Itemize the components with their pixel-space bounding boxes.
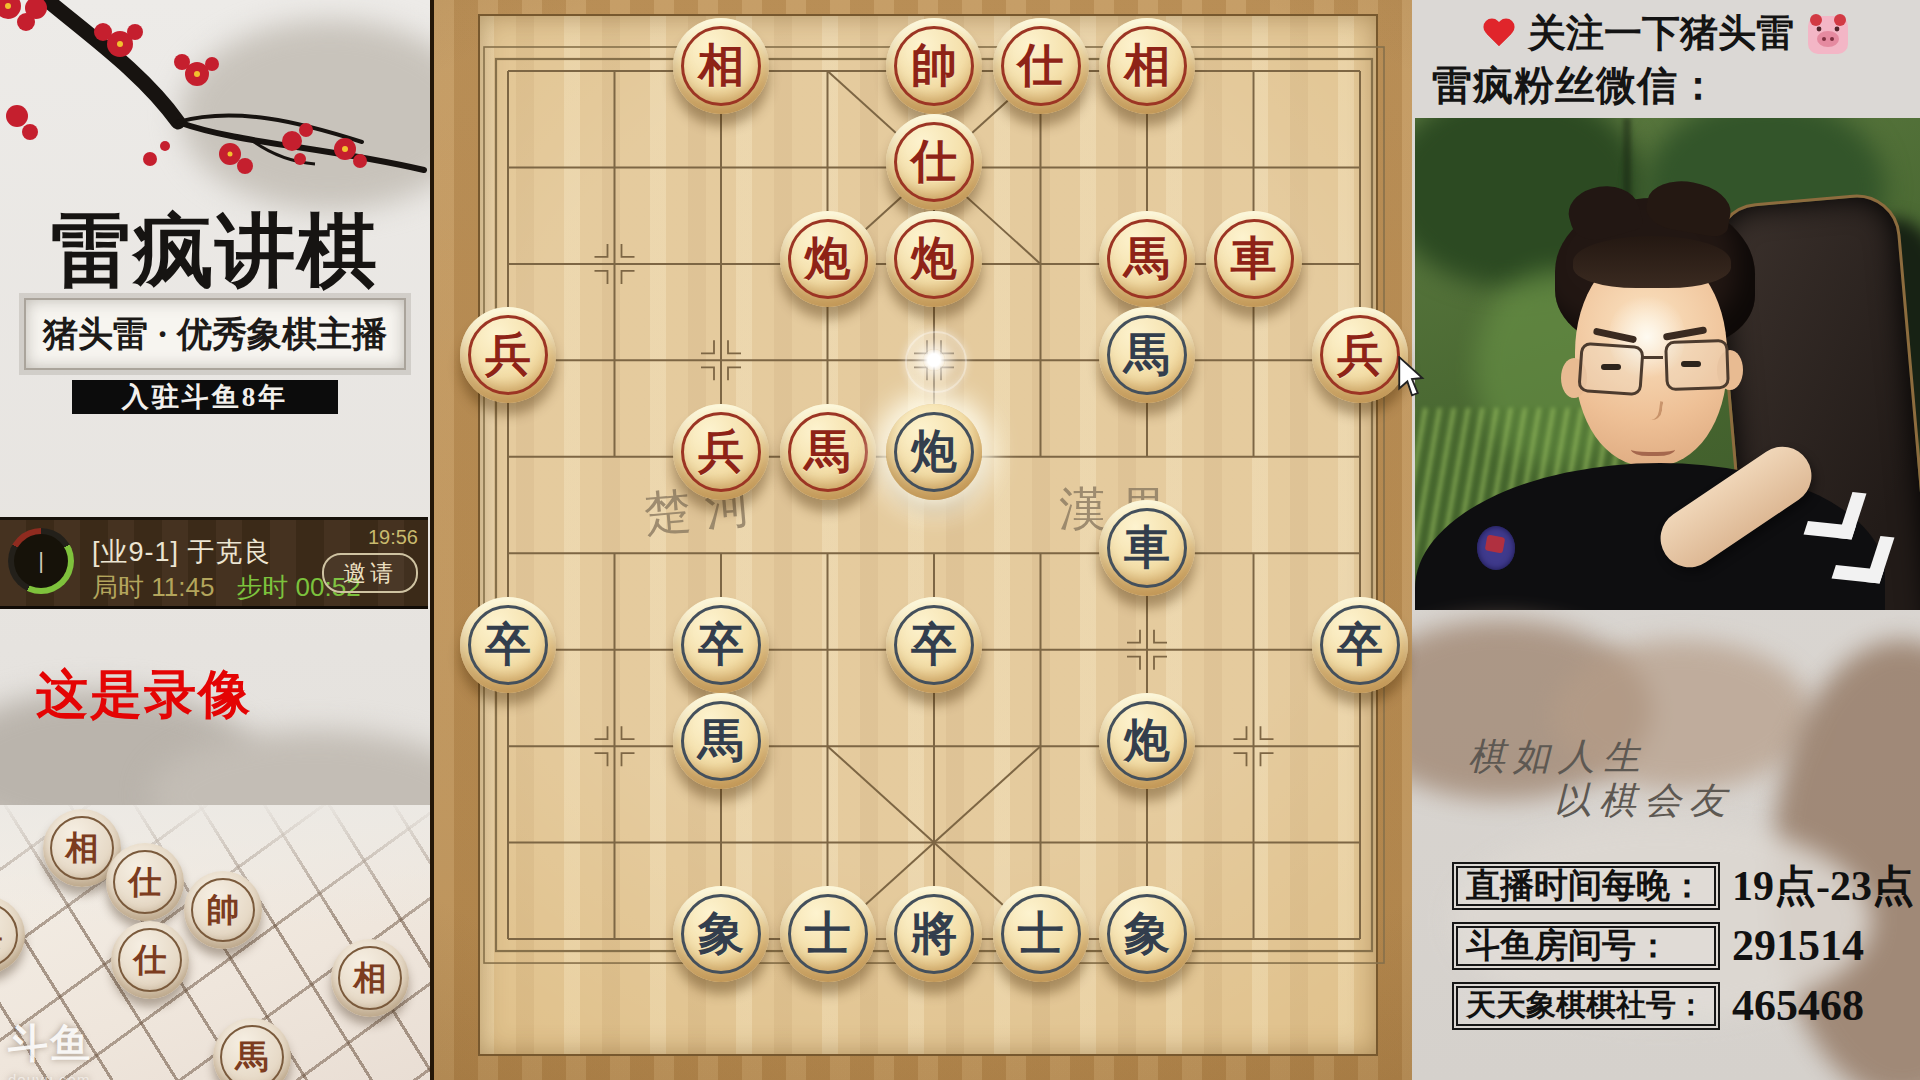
player-avatar[interactable]: | (8, 528, 74, 594)
webcam-feed (1415, 118, 1920, 610)
shoulder-badge (1477, 526, 1515, 570)
photo-piece-仕: 仕 (106, 843, 184, 921)
piece-red-馬[interactable]: 馬 (780, 404, 876, 500)
piece-black-車[interactable]: 車 (1099, 500, 1195, 596)
piece-red-帥[interactable]: 帥 (886, 18, 982, 114)
invite-button[interactable]: 邀请 (322, 553, 418, 593)
piece-red-炮[interactable]: 炮 (780, 211, 876, 307)
mouth (1631, 440, 1675, 456)
info-label-box: 天天象棋棋社号： (1452, 982, 1720, 1030)
douyu-watermark: 斗鱼douyu.com (8, 1016, 92, 1080)
piece-red-兵[interactable]: 兵 (1312, 307, 1408, 403)
info-value: 291514 (1732, 920, 1864, 971)
piece-red-相[interactable]: 相 (673, 18, 769, 114)
mouse-cursor (1397, 356, 1427, 400)
channel-title: 雷疯讲棋 (0, 198, 430, 306)
eye (1681, 361, 1701, 367)
info-label: 直播时间每晚： (1456, 866, 1716, 906)
piece-black-卒[interactable]: 卒 (673, 597, 769, 693)
follow-text: 关注一下猪头雷 (1528, 8, 1794, 59)
piece-red-兵[interactable]: 兵 (460, 307, 556, 403)
streamer-banner: 猪头雷 · 优秀象棋主播 (24, 298, 406, 370)
opponent-info-bar: | [业9-1] 于克良 局时 11:45步时 00:52 19:56 邀请 (0, 517, 428, 609)
info-label-box: 斗鱼房间号： (1452, 922, 1720, 970)
info-label-box: 直播时间每晚： (1452, 862, 1720, 910)
piece-red-仕[interactable]: 仕 (886, 114, 982, 210)
piece-black-馬[interactable]: 馬 (1099, 307, 1195, 403)
player-times: 局时 11:45步时 00:52 (92, 570, 361, 605)
photo-piece-相: 相 (331, 939, 409, 1017)
heart-icon (1482, 19, 1516, 49)
info-row-room: 斗鱼房间号： 291514 (1452, 920, 1864, 971)
photo-piece-仕: 仕 (111, 921, 189, 999)
streamer-fringe (1573, 236, 1731, 288)
glasses-bridge (1641, 356, 1663, 359)
photo-piece-帥: 帥 (184, 871, 262, 949)
piece-red-仕[interactable]: 仕 (993, 18, 1089, 114)
follow-banner: 关注一下猪头雷 雷疯粉丝微信：lz13146464 (1412, 0, 1920, 118)
stream-clock: 19:56 (368, 526, 418, 549)
player-name: [业9-1] 于克良 (92, 534, 272, 570)
piece-red-兵[interactable]: 兵 (673, 404, 769, 500)
douyu-years-band: 入驻斗鱼8年 (72, 380, 338, 414)
piece-black-士[interactable]: 士 (993, 886, 1089, 982)
piece-black-士[interactable]: 士 (780, 886, 876, 982)
piece-black-將[interactable]: 將 (886, 886, 982, 982)
avatar-glyph: | (14, 534, 68, 588)
piece-red-馬[interactable]: 馬 (1099, 211, 1195, 307)
piece-red-車[interactable]: 車 (1206, 211, 1302, 307)
xiangqi-board[interactable]: 楚河 漢界 相帥仕相仕炮炮馬車兵兵兵馬馬炮車卒卒卒卒馬炮象士將士象 (430, 0, 1422, 1080)
piece-black-象[interactable]: 象 (1099, 886, 1195, 982)
left-sidebar: 雷疯讲棋 猪头雷 · 优秀象棋主播 入驻斗鱼8年 | [业9-1] 于克良 局时… (0, 0, 430, 1080)
piece-black-炮[interactable]: 炮 (886, 404, 982, 500)
eye (1601, 364, 1621, 370)
recording-note: 这是录像 (36, 660, 252, 730)
total-time: 局时 11:45 (92, 572, 214, 602)
piece-black-卒[interactable]: 卒 (460, 597, 556, 693)
motto-line-1: 棋如人生 (1468, 732, 1648, 782)
piece-black-象[interactable]: 象 (673, 886, 769, 982)
plum-blossom-art (0, 0, 430, 209)
follow-line: 关注一下猪头雷 (1412, 8, 1920, 59)
piece-black-卒[interactable]: 卒 (886, 597, 982, 693)
info-label: 斗鱼房间号： (1456, 926, 1716, 966)
info-label: 天天象棋棋社号： (1456, 986, 1716, 1026)
piece-red-炮[interactable]: 炮 (886, 211, 982, 307)
info-row-schedule: 直播时间每晚： 19点-23点 (1452, 858, 1914, 914)
stream-screen: 雷疯讲棋 猪头雷 · 优秀象棋主播 入驻斗鱼8年 | [业9-1] 于克良 局时… (0, 0, 1920, 1080)
piece-red-相[interactable]: 相 (1099, 18, 1195, 114)
piece-black-卒[interactable]: 卒 (1312, 597, 1408, 693)
right-panel: 关注一下猪头雷 雷疯粉丝微信：lz13146464 (1412, 0, 1920, 1080)
pig-emoji-icon (1806, 12, 1850, 56)
info-row-club: 天天象棋棋社号： 465468 (1452, 980, 1864, 1031)
piece-black-炮[interactable]: 炮 (1099, 693, 1195, 789)
info-value: 465468 (1732, 980, 1864, 1031)
motto-line-2: 以棋会友 (1554, 776, 1734, 826)
piece-black-馬[interactable]: 馬 (673, 693, 769, 789)
info-value: 19点-23点 (1732, 858, 1914, 914)
